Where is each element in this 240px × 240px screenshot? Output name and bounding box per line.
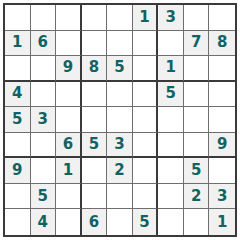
cell-r1c5[interactable] (107, 5, 133, 31)
cell-r1c4[interactable] (82, 5, 108, 31)
cell-r1c2[interactable] (31, 5, 57, 31)
cell-r6c1[interactable] (5, 133, 31, 159)
cell-r3c3[interactable]: 9 (56, 56, 82, 82)
cell-r4c9[interactable] (209, 82, 235, 108)
cell-r8c1[interactable] (5, 184, 31, 210)
cell-r1c1[interactable] (5, 5, 31, 31)
cell-r3c1[interactable] (5, 56, 31, 82)
cell-r8c7[interactable] (158, 184, 184, 210)
cell-r7c7[interactable] (158, 158, 184, 184)
cell-r9c6[interactable]: 5 (133, 209, 159, 235)
cell-r4c2[interactable] (31, 82, 57, 108)
cell-r4c5[interactable] (107, 82, 133, 108)
cell-r3c7[interactable]: 1 (158, 56, 184, 82)
cell-r2c2[interactable]: 6 (31, 31, 57, 57)
cell-r1c8[interactable] (184, 5, 210, 31)
cell-r2c4[interactable] (82, 31, 108, 57)
cell-r7c6[interactable] (133, 158, 159, 184)
cell-r9c1[interactable] (5, 209, 31, 235)
cell-r9c5[interactable] (107, 209, 133, 235)
cell-r9c4[interactable]: 6 (82, 209, 108, 235)
cell-r5c2[interactable]: 3 (31, 107, 57, 133)
cell-r7c1[interactable]: 9 (5, 158, 31, 184)
cell-r1c3[interactable] (56, 5, 82, 31)
cell-r7c3[interactable]: 1 (56, 158, 82, 184)
cell-r7c5[interactable]: 2 (107, 158, 133, 184)
cell-r2c6[interactable] (133, 31, 159, 57)
cell-r8c2[interactable]: 5 (31, 184, 57, 210)
cell-r5c8[interactable] (184, 107, 210, 133)
cell-r3c6[interactable] (133, 56, 159, 82)
cell-r3c9[interactable] (209, 56, 235, 82)
cell-r4c6[interactable] (133, 82, 159, 108)
cell-r6c8[interactable] (184, 133, 210, 159)
cell-r9c3[interactable] (56, 209, 82, 235)
cell-r2c9[interactable]: 8 (209, 31, 235, 57)
cell-r6c6[interactable] (133, 133, 159, 159)
cell-r7c4[interactable] (82, 158, 108, 184)
cell-r9c9[interactable]: 1 (209, 209, 235, 235)
cell-r2c8[interactable]: 7 (184, 31, 210, 57)
cell-r5c5[interactable] (107, 107, 133, 133)
cell-r7c9[interactable] (209, 158, 235, 184)
cell-r6c2[interactable] (31, 133, 57, 159)
cell-r6c3[interactable]: 6 (56, 133, 82, 159)
cell-r5c1[interactable]: 5 (5, 107, 31, 133)
cell-r8c8[interactable]: 2 (184, 184, 210, 210)
cell-r5c9[interactable] (209, 107, 235, 133)
cell-r5c7[interactable] (158, 107, 184, 133)
sudoku-page: 13167898514553653991255234651 (0, 0, 240, 240)
cell-r4c1[interactable]: 4 (5, 82, 31, 108)
cell-r3c8[interactable] (184, 56, 210, 82)
cell-r8c4[interactable] (82, 184, 108, 210)
cell-r8c6[interactable] (133, 184, 159, 210)
cell-r6c9[interactable]: 9 (209, 133, 235, 159)
cell-r3c5[interactable]: 5 (107, 56, 133, 82)
cell-r5c4[interactable] (82, 107, 108, 133)
cell-r1c7[interactable]: 3 (158, 5, 184, 31)
cell-r4c8[interactable] (184, 82, 210, 108)
cell-r6c4[interactable]: 5 (82, 133, 108, 159)
cell-r9c8[interactable] (184, 209, 210, 235)
cell-r6c5[interactable]: 3 (107, 133, 133, 159)
cell-r3c4[interactable]: 8 (82, 56, 108, 82)
cell-r4c7[interactable]: 5 (158, 82, 184, 108)
cell-r2c7[interactable] (158, 31, 184, 57)
cell-r8c5[interactable] (107, 184, 133, 210)
cell-r7c2[interactable] (31, 158, 57, 184)
cell-r1c9[interactable] (209, 5, 235, 31)
sudoku-board: 13167898514553653991255234651 (3, 3, 237, 237)
cell-r8c3[interactable] (56, 184, 82, 210)
cell-r9c2[interactable]: 4 (31, 209, 57, 235)
cell-r7c8[interactable]: 5 (184, 158, 210, 184)
cell-r1c6[interactable]: 1 (133, 5, 159, 31)
cell-r4c3[interactable] (56, 82, 82, 108)
cell-r6c7[interactable] (158, 133, 184, 159)
cell-r4c4[interactable] (82, 82, 108, 108)
cell-r5c6[interactable] (133, 107, 159, 133)
cell-r5c3[interactable] (56, 107, 82, 133)
cell-r9c7[interactable] (158, 209, 184, 235)
cell-r8c9[interactable]: 3 (209, 184, 235, 210)
cell-r3c2[interactable] (31, 56, 57, 82)
cell-r2c3[interactable] (56, 31, 82, 57)
cell-r2c5[interactable] (107, 31, 133, 57)
cell-r2c1[interactable]: 1 (5, 31, 31, 57)
